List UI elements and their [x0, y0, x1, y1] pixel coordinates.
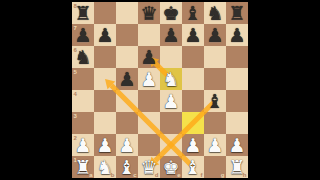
square-b4[interactable]: [94, 90, 116, 112]
square-f5[interactable]: [182, 68, 204, 90]
piece-white-pawn-e4[interactable]: ♟: [160, 90, 182, 112]
piece-black-bishop-g4[interactable]: ♝: [204, 90, 226, 112]
square-h6[interactable]: [226, 46, 248, 68]
square-f6[interactable]: [182, 46, 204, 68]
piece-black-pawn-a7[interactable]: ♟: [72, 24, 94, 46]
piece-white-king-e1[interactable]: ♚: [160, 156, 182, 178]
square-e2[interactable]: [160, 134, 182, 156]
piece-black-rook-a8[interactable]: ♜: [72, 2, 94, 24]
square-f3[interactable]: [182, 112, 204, 134]
piece-black-pawn-e7[interactable]: ♟: [160, 24, 182, 46]
rank-label-5: 5: [74, 69, 77, 75]
square-c4[interactable]: [116, 90, 138, 112]
rank-label-3: 3: [74, 113, 77, 119]
rank-label-4: 4: [74, 91, 77, 97]
piece-black-pawn-c5[interactable]: ♟: [116, 68, 138, 90]
square-a4[interactable]: 4: [72, 90, 94, 112]
piece-black-rook-h8[interactable]: ♜: [226, 2, 248, 24]
square-c8[interactable]: [116, 2, 138, 24]
square-b6[interactable]: [94, 46, 116, 68]
piece-black-queen-d8[interactable]: ♛: [138, 2, 160, 24]
piece-black-knight-g8[interactable]: ♞: [204, 2, 226, 24]
square-b3[interactable]: [94, 112, 116, 134]
piece-black-bishop-f8[interactable]: ♝: [182, 2, 204, 24]
square-d3[interactable]: [138, 112, 160, 134]
piece-white-rook-a1[interactable]: ♜: [72, 156, 94, 178]
piece-white-pawn-f2[interactable]: ♟: [182, 134, 204, 156]
piece-black-pawn-g7[interactable]: ♟: [204, 24, 226, 46]
piece-black-pawn-b7[interactable]: ♟: [94, 24, 116, 46]
piece-white-rook-h1[interactable]: ♜: [226, 156, 248, 178]
square-d4[interactable]: [138, 90, 160, 112]
square-a5[interactable]: 5: [72, 68, 94, 90]
square-d2[interactable]: [138, 134, 160, 156]
piece-white-pawn-d5[interactable]: ♟: [138, 68, 160, 90]
piece-black-king-e8[interactable]: ♚: [160, 2, 182, 24]
piece-white-knight-e5[interactable]: ♞: [160, 68, 182, 90]
square-b5[interactable]: [94, 68, 116, 90]
square-h5[interactable]: [226, 68, 248, 90]
square-g5[interactable]: [204, 68, 226, 90]
piece-white-pawn-a2[interactable]: ♟: [72, 134, 94, 156]
square-e6[interactable]: [160, 46, 182, 68]
square-h3[interactable]: [226, 112, 248, 134]
square-c3[interactable]: [116, 112, 138, 134]
square-f4[interactable]: [182, 90, 204, 112]
piece-black-knight-a6[interactable]: ♞: [72, 46, 94, 68]
square-e3[interactable]: [160, 112, 182, 134]
piece-white-pawn-h2[interactable]: ♟: [226, 134, 248, 156]
piece-black-pawn-d6[interactable]: ♟: [138, 46, 160, 68]
square-a3[interactable]: 3: [72, 112, 94, 134]
square-c7[interactable]: [116, 24, 138, 46]
video-frame: 87654321abcdefgh ♜♛♚♝♞♜♟♟♟♟♟♟♞♟♟♝♟♞♟♟♟♟♟…: [0, 0, 320, 180]
square-d7[interactable]: [138, 24, 160, 46]
square-g1[interactable]: g: [204, 156, 226, 178]
piece-white-knight-b1[interactable]: ♞: [94, 156, 116, 178]
piece-white-pawn-b2[interactable]: ♟: [94, 134, 116, 156]
square-c6[interactable]: [116, 46, 138, 68]
piece-black-pawn-h7[interactable]: ♟: [226, 24, 248, 46]
file-label-g: g: [221, 172, 225, 178]
square-g3[interactable]: [204, 112, 226, 134]
square-b8[interactable]: [94, 2, 116, 24]
piece-white-pawn-g2[interactable]: ♟: [204, 134, 226, 156]
piece-white-bishop-f1[interactable]: ♝: [182, 156, 204, 178]
piece-white-bishop-c1[interactable]: ♝: [116, 156, 138, 178]
square-g6[interactable]: [204, 46, 226, 68]
piece-black-pawn-f7[interactable]: ♟: [182, 24, 204, 46]
piece-white-queen-d1[interactable]: ♛: [138, 156, 160, 178]
piece-white-pawn-c2[interactable]: ♟: [116, 134, 138, 156]
square-h4[interactable]: [226, 90, 248, 112]
